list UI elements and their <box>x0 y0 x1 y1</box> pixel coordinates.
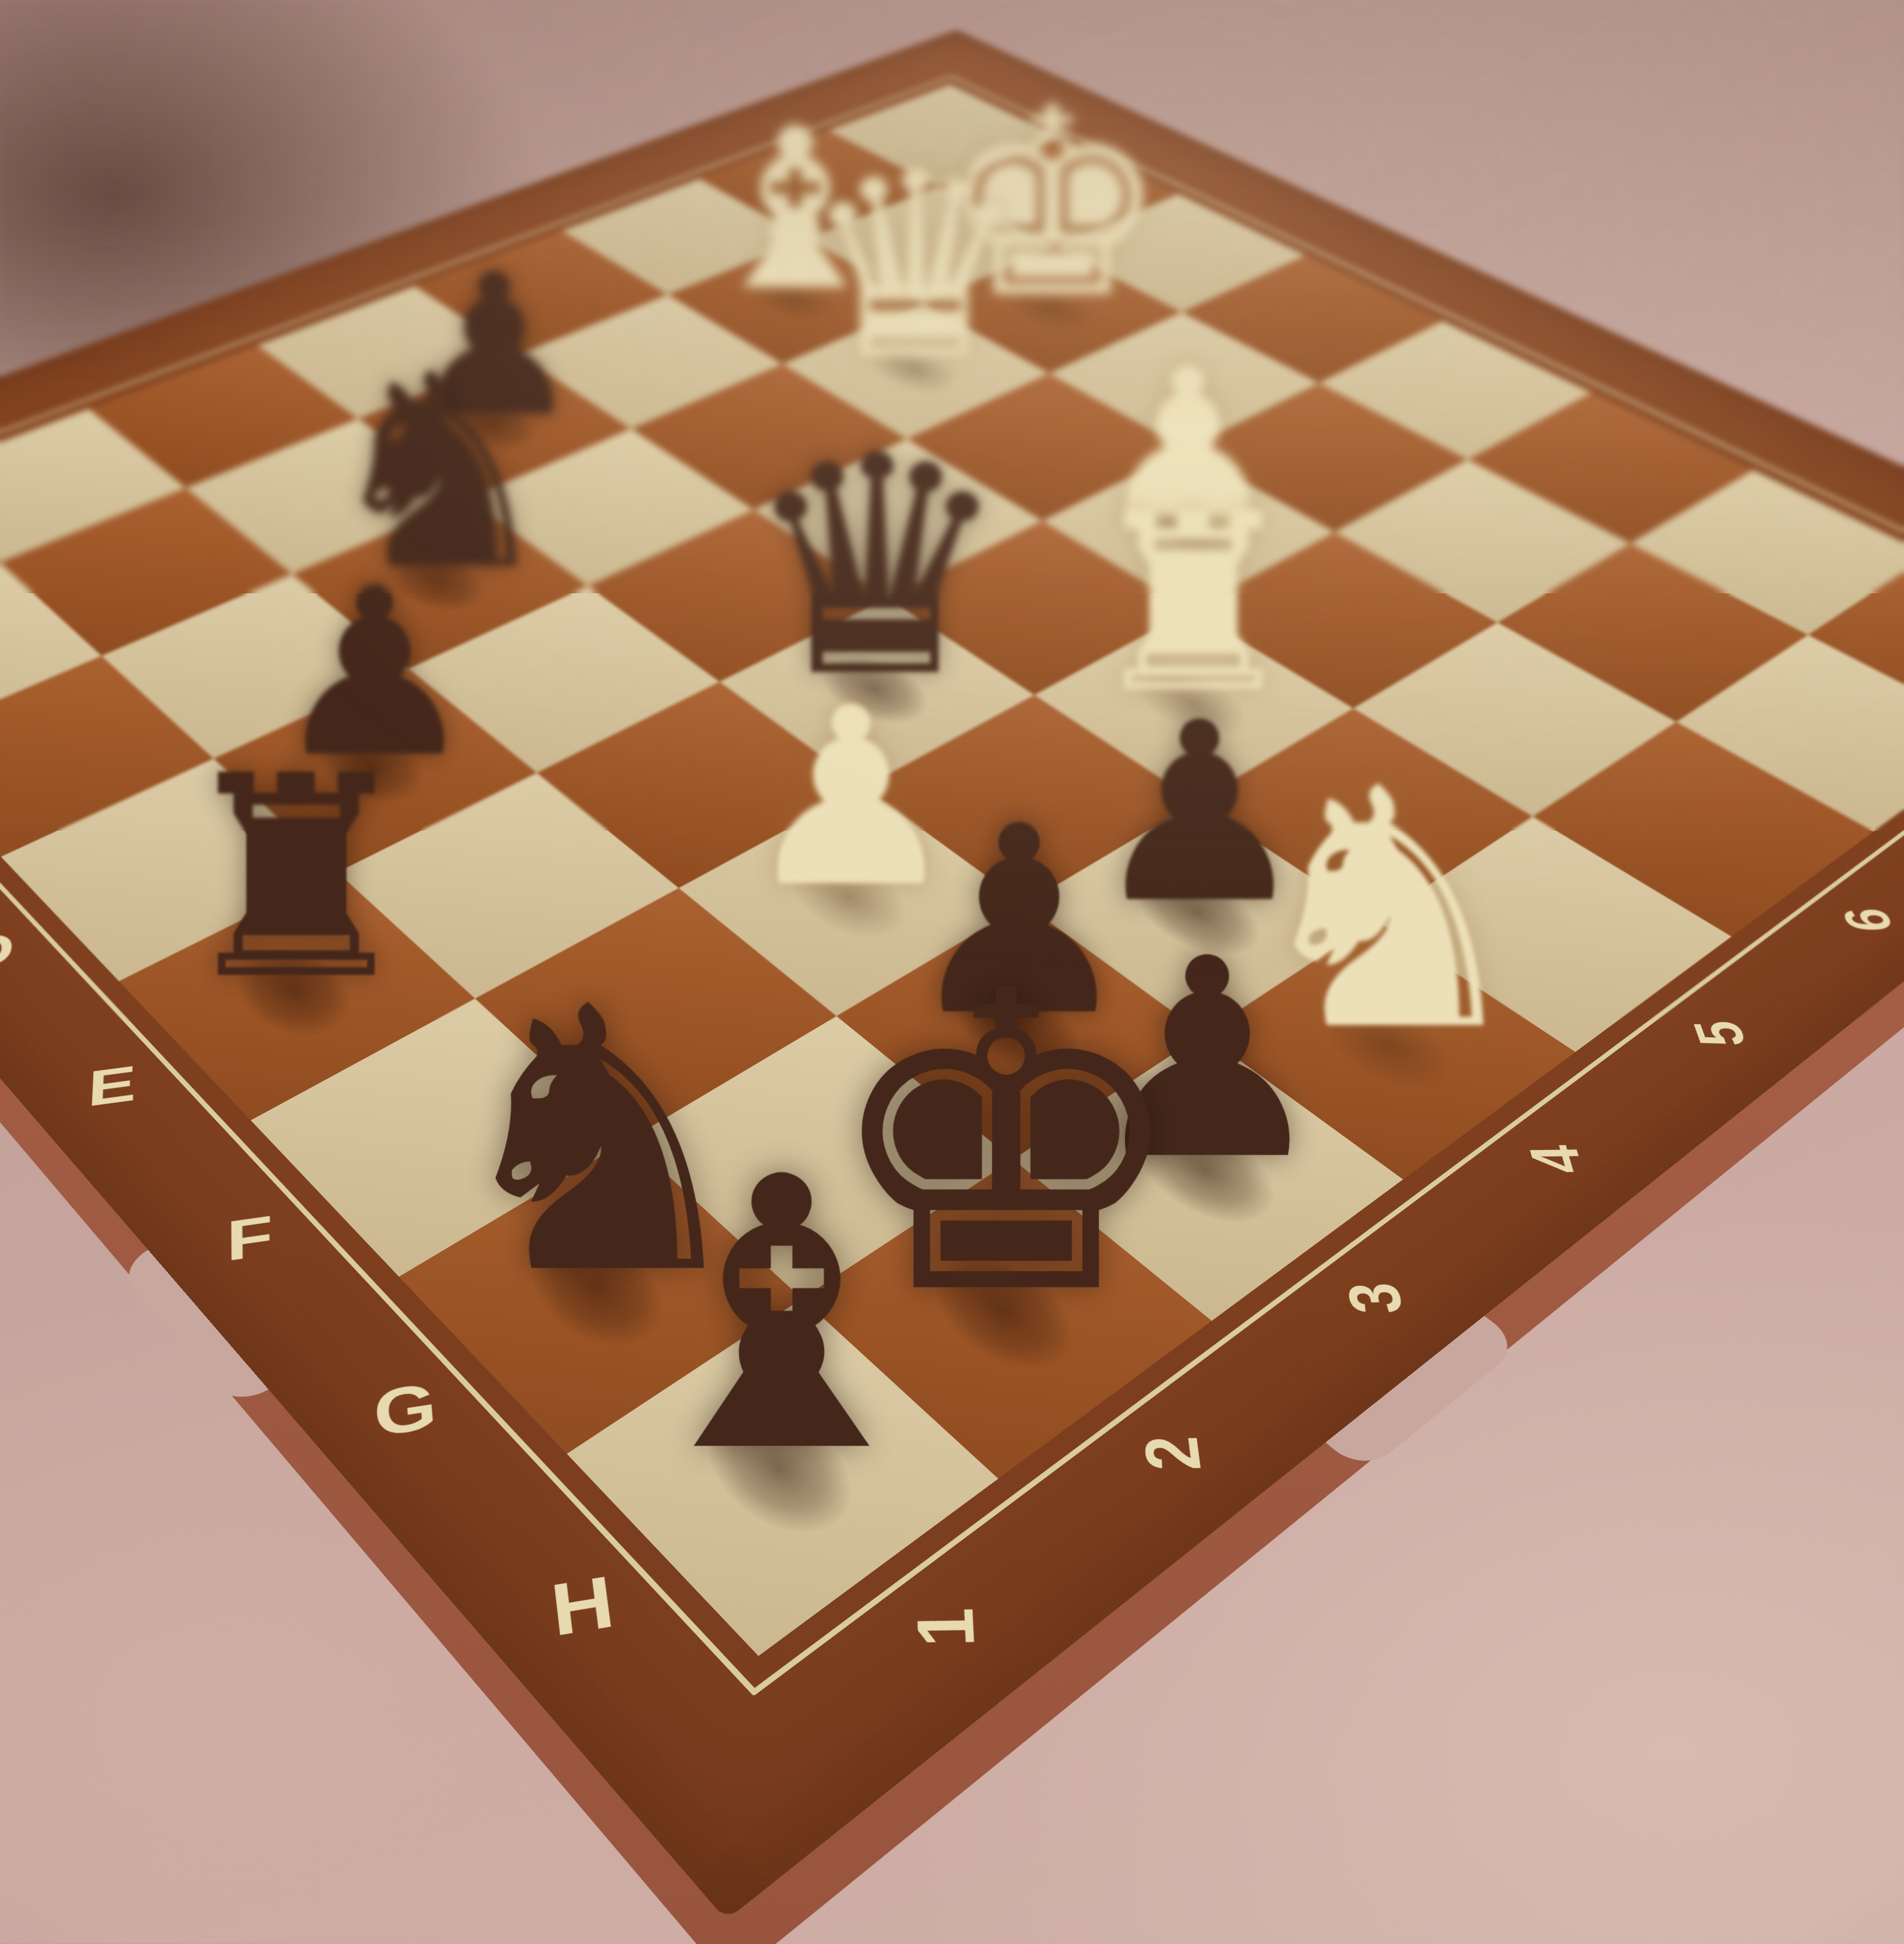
pieces-layer: ♝♞♚♜♟♟♟♟♛♞♟♞♟♜♟♛♚♝ <box>0 29 1904 1920</box>
board-face: ABCDEFGH 12345678 ♝♞♚♜♟♟♟♟♛♞♟♞♟♜♟♛♚♝ <box>0 29 1904 1920</box>
scene: ABCDEFGH 12345678 ♝♞♚♜♟♟♟♟♛♞♟♞♟♜♟♛♚♝ <box>0 0 1904 1944</box>
queen-icon: ♛ <box>801 138 1030 394</box>
bishop-icon: ♝ <box>614 1129 950 1504</box>
blanket-background: { "game": "chess", "scene": "wooden fold… <box>0 0 1904 1944</box>
rook-icon: ♜ <box>172 739 421 1018</box>
chess-board: ABCDEFGH 12345678 ♝♞♚♜♟♟♟♟♛♞♟♞♟♜♟♛♚♝ <box>0 29 1904 1920</box>
